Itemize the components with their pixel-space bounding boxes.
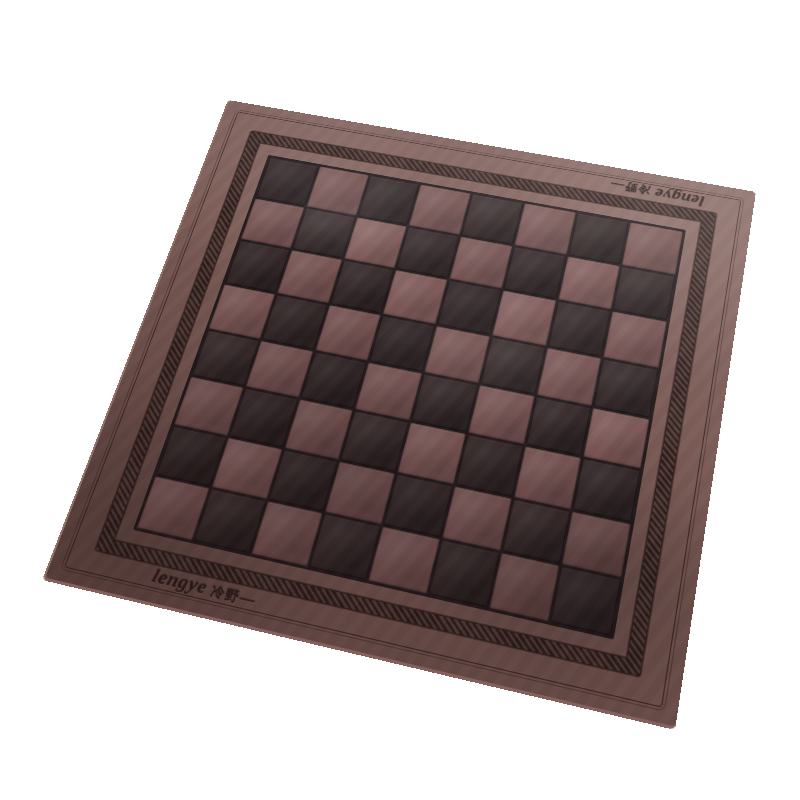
- board-square-r1c6: [514, 203, 575, 254]
- board-square-r2c6: [503, 246, 565, 299]
- board-square-r6c8: [573, 459, 640, 522]
- board-square-r4c6: [480, 337, 545, 394]
- board-square-r4c8: [594, 359, 658, 418]
- brand-text-cjk: 冷野: [624, 180, 652, 195]
- board-square-r4c4: [370, 315, 435, 371]
- board-square-r7c5: [383, 474, 453, 538]
- product-photo-canvas: lengye冷野― lengye冷野―: [0, 0, 800, 800]
- board-square-r8c7: [489, 553, 560, 621]
- board-square-r6c7: [514, 446, 582, 509]
- board-square-r8c6: [428, 540, 499, 607]
- board-square-r1c3: [357, 175, 419, 224]
- board-square-r7c8: [562, 511, 631, 577]
- board-square-r5c7: [525, 396, 591, 456]
- board-square-r1c4: [409, 185, 471, 235]
- board-square-r7c6: [442, 486, 511, 551]
- board-square-r5c5: [411, 373, 478, 432]
- board-square-r2c3: [344, 217, 407, 268]
- board-square-r4c5: [425, 326, 490, 383]
- board-square-r5c6: [468, 385, 534, 445]
- board-square-r6c5: [398, 423, 466, 484]
- chessboard-mat: lengye冷野― lengye冷野―: [42, 100, 756, 730]
- board-square-r5c4: [355, 362, 422, 420]
- board-square-r5c8: [584, 408, 650, 469]
- board-square-r3c8: [604, 312, 667, 368]
- board-square-r8c8: [550, 567, 620, 636]
- board-square-r1c7: [568, 213, 629, 265]
- board-square-r8c5: [368, 527, 439, 594]
- board-square-r1c8: [622, 222, 683, 274]
- board-square-r7c7: [502, 499, 571, 564]
- board-square-r2c8: [613, 266, 675, 320]
- board-square-r6c4: [341, 411, 409, 472]
- board-square-r2c4: [396, 227, 459, 279]
- board-square-r6c6: [455, 434, 523, 496]
- board-square-r7c4: [325, 462, 395, 525]
- board-square-r1c5: [461, 194, 522, 244]
- board-square-r2c7: [558, 256, 620, 310]
- board-square-r3c6: [492, 291, 556, 346]
- board-square-r3c7: [547, 301, 610, 357]
- board-square-r4c7: [537, 348, 602, 406]
- board-square-r3c4: [383, 270, 447, 324]
- board-square-r2c5: [450, 236, 513, 288]
- brand-text-cjk: 冷野: [209, 583, 242, 604]
- board-square-r3c5: [437, 280, 501, 334]
